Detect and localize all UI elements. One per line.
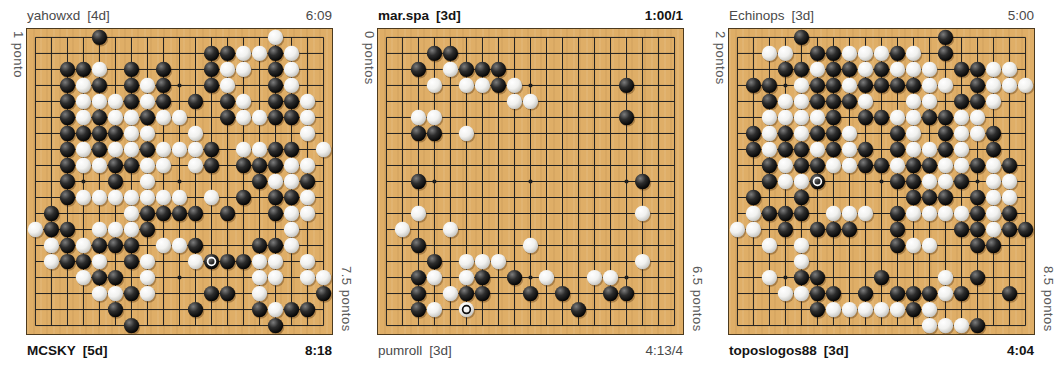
go-board[interactable] bbox=[26, 28, 333, 335]
simul-go-viewer: 1 ponto yahowxd [4d] 6:09 MCSKY [5d] 8:1… bbox=[0, 0, 1059, 365]
right-score-label: 7.5 pontos bbox=[333, 28, 354, 335]
player-name: toposlogos88 bbox=[729, 343, 817, 358]
player-clock: 1:00/1 bbox=[645, 8, 683, 23]
player-name: yahowxd bbox=[27, 8, 80, 23]
player-clock: 4:04 bbox=[1007, 343, 1034, 358]
right-score-label: 6.5 pontos bbox=[684, 28, 705, 335]
left-score-label: 2 pontos bbox=[712, 28, 728, 335]
player-rank: [5d] bbox=[83, 343, 108, 358]
game-panel-3: 2 pontos Echinops [3d] 5:00 toposlogos88… bbox=[712, 2, 1056, 365]
game-panel-2: 0 pontos mar.spa [3d] 1:00/1 pumroll [3d… bbox=[361, 2, 705, 365]
player-rank: [3d] bbox=[436, 8, 461, 23]
bottom-player-bar: toposlogos88 [3d] 4:04 bbox=[728, 335, 1035, 365]
top-player-bar: mar.spa [3d] 1:00/1 bbox=[377, 2, 684, 28]
player-clock: 6:09 bbox=[306, 8, 332, 23]
player-name: Echinops bbox=[729, 8, 785, 23]
player-clock: 4:13/4 bbox=[645, 343, 683, 358]
player-rank: [3d] bbox=[824, 343, 849, 358]
player-name: pumroll bbox=[378, 343, 422, 358]
bottom-player-bar: pumroll [3d] 4:13/4 bbox=[377, 335, 684, 365]
player-name: MCSKY bbox=[27, 343, 76, 358]
right-score-label: 8.5 pontos bbox=[1035, 28, 1056, 335]
player-rank: [4d] bbox=[87, 8, 110, 23]
top-player-bar: Echinops [3d] 5:00 bbox=[728, 2, 1035, 28]
player-rank: [3d] bbox=[429, 343, 452, 358]
player-clock: 8:18 bbox=[305, 343, 332, 358]
bottom-player-bar: MCSKY [5d] 8:18 bbox=[26, 335, 333, 365]
left-score-label: 0 pontos bbox=[361, 28, 377, 335]
game-panel-1: 1 ponto yahowxd [4d] 6:09 MCSKY [5d] 8:1… bbox=[10, 2, 354, 365]
go-board[interactable] bbox=[728, 28, 1035, 335]
player-name: mar.spa bbox=[378, 8, 429, 23]
player-clock: 5:00 bbox=[1008, 8, 1034, 23]
left-score-label: 1 ponto bbox=[10, 28, 26, 335]
player-rank: [3d] bbox=[792, 8, 815, 23]
top-player-bar: yahowxd [4d] 6:09 bbox=[26, 2, 333, 28]
go-board[interactable] bbox=[377, 28, 684, 335]
